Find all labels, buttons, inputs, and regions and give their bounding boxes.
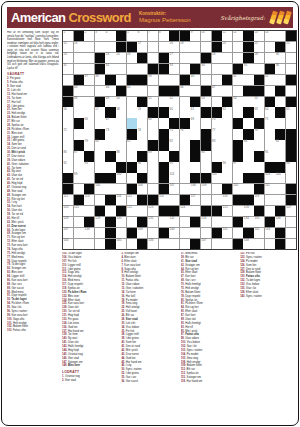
grid-cell[interactable]: 116 [159,195,169,205]
grid-cell[interactable] [84,86,94,96]
grid-cell[interactable] [180,151,190,161]
grid-cell[interactable]: 61 [190,107,200,117]
grid-cell[interactable] [159,217,169,227]
grid-cell[interactable] [74,228,84,238]
grid-cell[interactable]: 110 [233,184,243,194]
grid-cell[interactable] [116,64,126,74]
grid-cell[interactable] [116,184,126,194]
grid-cell[interactable]: 11 [222,31,232,41]
grid-cell[interactable] [74,107,84,117]
grid-cell[interactable] [84,97,94,107]
grid-cell[interactable] [233,86,243,96]
grid-cell[interactable] [84,53,94,63]
grid-cell[interactable] [201,118,211,128]
grid-cell[interactable] [222,118,232,128]
grid-cell[interactable] [95,42,105,52]
grid-cell[interactable] [84,173,94,183]
grid-cell[interactable]: 25 [116,53,126,63]
grid-cell[interactable] [169,195,179,205]
grid-cell[interactable] [95,228,105,238]
grid-cell[interactable] [95,118,105,128]
grid-cell[interactable] [127,97,137,107]
grid-cell[interactable] [95,86,105,96]
grid-cell[interactable]: 81 [127,140,137,150]
grid-cell[interactable]: 44 [105,86,115,96]
grid-cell[interactable] [180,184,190,194]
grid-cell[interactable]: 43 [74,86,84,96]
grid-cell[interactable]: 26 [127,53,137,63]
grid-cell[interactable] [127,118,137,128]
grid-cell[interactable] [95,162,105,172]
grid-cell[interactable] [137,140,147,150]
grid-cell[interactable]: 1 [63,31,73,41]
grid-cell[interactable] [265,42,275,52]
grid-cell[interactable] [84,239,94,249]
grid-cell[interactable] [201,75,211,85]
grid-cell[interactable] [275,97,285,107]
grid-cell[interactable] [84,42,94,52]
grid-cell[interactable]: 78 [254,129,264,139]
grid-cell[interactable] [212,217,222,227]
grid-cell[interactable]: 106 [137,184,147,194]
grid-cell[interactable]: 104 [275,173,285,183]
grid-cell[interactable]: 32 [105,64,115,74]
grid-cell[interactable]: 82 [169,140,179,150]
grid-cell[interactable]: 12 [233,31,243,41]
grid-cell[interactable]: 72 [63,129,73,139]
grid-cell[interactable]: 68 [148,118,158,128]
grid-cell[interactable]: 6 [137,31,147,41]
grid-cell[interactable] [159,75,169,85]
grid-cell[interactable] [222,217,232,227]
grid-cell[interactable] [116,118,126,128]
grid-cell[interactable] [116,140,126,150]
grid-cell[interactable]: 85 [275,140,285,150]
grid-cell[interactable]: 76 [180,129,190,139]
grid-cell[interactable]: 125 [222,206,232,216]
grid-cell[interactable]: 59 [137,107,147,117]
grid-cell[interactable] [148,184,158,194]
grid-cell[interactable]: 109 [201,184,211,194]
grid-cell[interactable]: 19 [180,42,190,52]
grid-cell[interactable] [84,64,94,74]
grid-cell[interactable]: 66 [84,118,94,128]
grid-cell[interactable] [159,118,169,128]
grid-cell[interactable] [212,97,222,107]
grid-cell[interactable] [275,118,285,128]
grid-cell[interactable] [201,195,211,205]
grid-cell[interactable] [63,75,73,85]
grid-cell[interactable] [201,42,211,52]
grid-cell[interactable] [286,217,296,227]
grid-cell[interactable]: 9 [190,31,200,41]
grid-cell[interactable]: 91 [265,151,275,161]
grid-cell[interactable] [275,195,285,205]
grid-cell[interactable] [275,31,285,41]
grid-cell[interactable] [286,64,296,74]
grid-cell[interactable] [265,206,275,216]
grid-cell[interactable] [222,140,232,150]
grid-cell[interactable] [222,173,232,183]
grid-cell[interactable]: 33 [169,64,179,74]
grid-cell[interactable]: 101 [169,173,179,183]
grid-cell[interactable] [180,173,190,183]
grid-cell[interactable]: 57 [95,107,105,117]
grid-cell[interactable] [243,75,253,85]
grid-cell[interactable] [169,239,179,249]
grid-cell[interactable]: 60 [169,107,179,117]
grid-cell[interactable]: 143 [265,228,275,238]
grid-cell[interactable] [233,173,243,183]
grid-cell[interactable] [148,129,158,139]
grid-cell[interactable]: 13 [254,31,264,41]
grid-cell[interactable]: 36 [275,64,285,74]
grid-cell[interactable] [265,53,275,63]
grid-cell[interactable] [254,239,264,249]
grid-cell[interactable] [95,195,105,205]
grid-cell[interactable]: 7 [148,31,158,41]
grid-cell[interactable]: 71 [265,118,275,128]
grid-cell[interactable] [243,118,253,128]
grid-cell[interactable] [286,239,296,249]
grid-cell[interactable]: 118 [222,195,232,205]
grid-cell[interactable] [180,217,190,227]
grid-cell[interactable] [63,140,73,150]
grid-cell[interactable] [286,173,296,183]
grid-cell[interactable] [148,53,158,63]
grid-cell[interactable]: 77 [212,129,222,139]
grid-cell[interactable] [254,162,264,172]
grid-cell[interactable] [275,75,285,85]
grid-cell[interactable] [127,64,137,74]
grid-cell[interactable]: 28 [212,53,222,63]
grid-cell[interactable]: 83 [212,140,222,150]
grid-cell[interactable]: 52 [169,97,179,107]
grid-cell[interactable]: 14 [265,31,275,41]
grid-cell[interactable] [105,206,115,216]
grid-cell[interactable] [148,42,158,52]
grid-cell[interactable] [159,42,169,52]
grid-cell[interactable]: 132 [169,217,179,227]
grid-cell[interactable]: 41 [233,75,243,85]
grid-cell[interactable]: 96 [222,162,232,172]
grid-cell[interactable] [222,239,232,249]
grid-cell[interactable] [212,64,222,74]
grid-cell[interactable] [74,239,84,249]
grid-cell[interactable] [254,64,264,74]
grid-cell[interactable] [127,107,137,117]
grid-cell[interactable]: 111 [265,184,275,194]
grid-cell[interactable] [190,129,200,139]
grid-cell[interactable]: 147 [201,239,211,249]
grid-cell[interactable] [169,75,179,85]
grid-cell[interactable]: 145 [116,239,126,249]
grid-cell[interactable]: 79 [84,140,94,150]
grid-cell[interactable] [84,129,94,139]
grid-cell[interactable] [180,162,190,172]
grid-cell[interactable]: 113 [84,195,94,205]
grid-cell[interactable] [222,129,232,139]
grid-cell[interactable]: 16 [74,42,84,52]
grid-cell[interactable] [233,228,243,238]
grid-cell[interactable]: 120 [63,206,73,216]
grid-cell[interactable] [116,129,126,139]
grid-cell[interactable]: 4 [105,31,115,41]
grid-cell[interactable] [212,151,222,161]
grid-cell[interactable]: 17 [137,42,147,52]
grid-cell[interactable] [84,206,94,216]
grid-cell[interactable] [212,195,222,205]
grid-cell[interactable]: 87 [74,151,84,161]
grid-cell[interactable] [190,53,200,63]
grid-cell[interactable]: 18 [169,42,179,52]
grid-cell[interactable] [137,118,147,128]
grid-cell[interactable]: 97 [233,162,243,172]
grid-cell[interactable] [74,64,84,74]
grid-cell[interactable]: 62 [222,107,232,117]
grid-cell[interactable]: 50 [116,97,126,107]
grid-cell[interactable]: 90 [201,151,211,161]
grid-cell[interactable]: 144 [63,239,73,249]
grid-cell[interactable] [137,64,147,74]
grid-cell[interactable] [148,173,158,183]
grid-cell[interactable] [233,53,243,63]
grid-cell[interactable] [233,107,243,117]
grid-cell[interactable] [105,184,115,194]
grid-cell[interactable] [222,64,232,74]
grid-cell[interactable]: 70 [212,118,222,128]
grid-cell[interactable] [95,151,105,161]
grid-cell[interactable] [159,97,169,107]
grid-cell[interactable]: 22 [286,42,296,52]
grid-cell[interactable]: 31 [63,64,73,74]
grid-cell[interactable] [74,162,84,172]
grid-cell[interactable]: 65 [286,107,296,117]
grid-cell[interactable] [222,151,232,161]
grid-cell[interactable] [243,162,253,172]
grid-cell[interactable]: 146 [148,239,158,249]
grid-cell[interactable] [180,53,190,63]
grid-cell[interactable]: 2 [84,31,94,41]
grid-cell[interactable] [212,75,222,85]
grid-cell[interactable]: 58 [116,107,126,117]
grid-cell[interactable] [180,140,190,150]
grid-cell[interactable]: 103 [265,173,275,183]
grid-cell[interactable]: 115 [127,195,137,205]
grid-cell[interactable] [105,162,115,172]
grid-cell[interactable] [84,107,94,117]
grid-cell[interactable]: 54 [233,97,243,107]
grid-cell[interactable]: 74 [137,129,147,139]
grid-cell[interactable] [148,86,158,96]
grid-cell[interactable]: 95 [169,162,179,172]
grid-cell[interactable] [265,86,275,96]
grid-cell[interactable] [201,228,211,238]
grid-cell[interactable] [159,239,169,249]
grid-cell[interactable]: 73 [105,129,115,139]
grid-cell[interactable]: 108 [190,184,200,194]
grid-cell[interactable]: 142 [254,228,264,238]
grid-cell[interactable] [265,140,275,150]
grid-cell[interactable]: 35 [243,64,253,74]
grid-cell[interactable] [286,53,296,63]
grid-cell[interactable]: 139 [137,228,147,238]
grid-cell[interactable]: 114 [116,195,126,205]
grid-cell[interactable]: 126 [243,206,253,216]
grid-cell[interactable]: 121 [74,206,84,216]
grid-cell[interactable] [233,206,243,216]
grid-cell[interactable]: 46 [180,86,190,96]
grid-cell[interactable] [105,140,115,150]
grid-cell[interactable]: 56 [63,107,73,117]
grid-cell[interactable]: 134 [243,217,253,227]
grid-cell[interactable] [127,151,137,161]
grid-cell[interactable]: 136 [275,217,285,227]
grid-cell[interactable]: 99 [74,173,84,183]
grid-cell[interactable] [127,239,137,249]
grid-cell[interactable]: 55 [254,97,264,107]
grid-cell[interactable]: 117 [190,195,200,205]
grid-cell[interactable] [190,206,200,216]
grid-cell[interactable]: 24 [105,53,115,63]
grid-cell[interactable]: 84 [243,140,253,150]
grid-cell[interactable] [159,151,169,161]
grid-cell[interactable]: 140 [169,228,179,238]
grid-cell[interactable] [148,162,158,172]
grid-cell[interactable] [265,129,275,139]
grid-cell[interactable]: 80 [95,140,105,150]
grid-cell[interactable]: 38 [95,75,105,85]
grid-cell[interactable] [275,151,285,161]
grid-cell[interactable] [190,162,200,172]
grid-cell[interactable]: 89 [148,151,158,161]
grid-cell[interactable] [180,64,190,74]
grid-cell[interactable]: 102 [212,173,222,183]
grid-cell[interactable]: 123 [148,206,158,216]
grid-cell[interactable]: 23 [63,53,73,63]
grid-cell[interactable]: 119 [254,195,264,205]
grid-cell[interactable]: 138 [84,228,94,238]
grid-cell[interactable] [74,184,84,194]
grid-cell[interactable] [286,118,296,128]
grid-cell[interactable]: 128 [63,217,73,227]
grid-cell[interactable] [190,228,200,238]
grid-cell[interactable] [180,107,190,117]
grid-cell[interactable] [74,53,84,63]
grid-cell[interactable]: 67 [105,118,115,128]
grid-cell[interactable]: 98 [286,162,296,172]
grid-cell[interactable] [74,129,84,139]
grid-cell[interactable] [233,129,243,139]
grid-cell[interactable]: 39 [148,75,158,85]
grid-cell[interactable]: 94 [137,162,147,172]
grid-cell[interactable] [63,118,73,128]
grid-cell[interactable]: 127 [286,206,296,216]
grid-cell[interactable] [180,97,190,107]
grid-cell[interactable]: 107 [169,184,179,194]
grid-cell[interactable] [275,184,285,194]
grid-cell[interactable]: 86 [63,151,73,161]
grid-cell[interactable]: 21 [254,42,264,52]
grid-cell[interactable]: 69 [190,118,200,128]
grid-cell[interactable]: 130 [116,217,126,227]
grid-cell[interactable]: 8 [159,31,169,41]
grid-cell[interactable]: 5 [127,31,137,41]
grid-cell[interactable]: 20 [222,42,232,52]
grid-cell[interactable]: 51 [148,97,158,107]
grid-cell[interactable]: 29 [254,53,264,63]
grid-cell[interactable] [286,86,296,96]
grid-cell[interactable]: 135 [254,217,264,227]
grid-cell[interactable] [116,228,126,238]
grid-cell[interactable]: 88 [116,151,126,161]
grid-cell[interactable] [212,239,222,249]
grid-cell[interactable]: 47 [212,86,222,96]
grid-cell[interactable]: 141 [222,228,232,238]
grid-cell[interactable]: 15 [63,42,73,52]
grid-cell[interactable] [222,86,232,96]
grid-cell[interactable] [243,184,253,194]
grid-cell[interactable]: 100 [116,173,126,183]
grid-cell[interactable]: 64 [265,107,275,117]
grid-cell[interactable] [233,42,243,52]
grid-cell[interactable]: 27 [169,53,179,63]
grid-cell[interactable]: 49 [105,97,115,107]
grid-cell[interactable]: 122 [127,206,137,216]
grid-cell[interactable] [286,228,296,238]
grid-cell[interactable] [265,195,275,205]
grid-cell[interactable]: 42 [265,75,275,85]
grid-cell[interactable] [137,86,147,96]
grid-cell[interactable]: 53 [201,97,211,107]
grid-cell[interactable] [180,239,190,249]
grid-cell[interactable] [212,184,222,194]
grid-cell[interactable] [243,151,253,161]
grid-cell[interactable]: 92 [63,162,73,172]
grid-cell[interactable]: 131 [148,217,158,227]
grid-cell[interactable]: 37 [84,75,94,85]
grid-cell[interactable]: 129 [95,217,105,227]
grid-cell[interactable] [127,173,137,183]
grid-cell[interactable]: 48 [74,97,84,107]
grid-cell[interactable]: 75 [169,129,179,139]
grid-cell[interactable]: 124 [180,206,190,216]
grid-cell[interactable] [201,162,211,172]
grid-cell[interactable]: 93 [84,162,94,172]
grid-cell[interactable] [190,86,200,96]
grid-cell[interactable]: 40 [190,75,200,85]
grid-cell[interactable] [137,206,147,216]
grid-cell[interactable]: 105 [95,184,105,194]
grid-cell[interactable]: 34 [201,64,211,74]
grid-cell[interactable] [95,239,105,249]
grid-cell[interactable]: 112 [63,195,73,205]
grid-cell[interactable]: 30 [275,53,285,63]
grid-cell[interactable] [243,97,253,107]
grid-cell[interactable] [105,42,115,52]
grid-cell[interactable] [148,228,158,238]
grid-cell[interactable]: 148 [243,239,253,249]
grid-cell[interactable] [180,228,190,238]
grid-cell[interactable]: 3 [95,31,105,41]
grid-cell[interactable] [74,217,84,227]
grid-cell[interactable] [254,140,264,150]
grid-cell[interactable]: 133 [201,217,211,227]
grid-cell[interactable]: 45 [127,86,137,96]
grid-cell[interactable]: 137 [63,228,73,238]
grid-cell[interactable] [265,239,275,249]
grid-cell[interactable] [222,53,232,63]
